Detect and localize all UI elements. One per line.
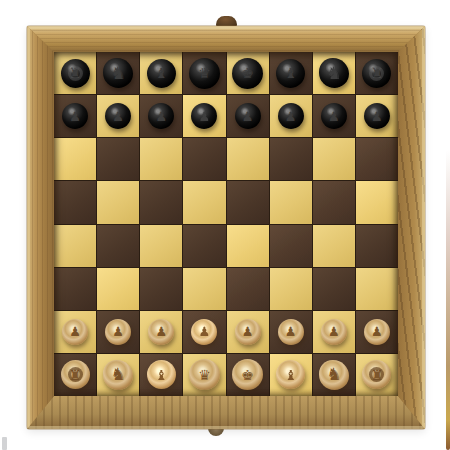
frame-right (398, 26, 425, 429)
square-c6[interactable] (140, 138, 182, 180)
square-e4[interactable] (227, 225, 269, 267)
piece-white-rook[interactable]: ♜ (61, 360, 90, 389)
piece-black-knight[interactable]: ♞ (103, 58, 133, 88)
piece-white-bishop[interactable]: ♝ (276, 360, 305, 389)
board: ♜♞♝♛♚♝♞♜♟♟♟♟♟♟♟♟♟♟♟♟♟♟♟♟♜♞♝♛♚♝♞♜ (54, 52, 398, 396)
piece-black-king[interactable]: ♚ (232, 58, 263, 89)
square-a4[interactable] (54, 225, 96, 267)
piece-black-bishop[interactable]: ♝ (276, 59, 305, 88)
square-g1[interactable]: ♞ (313, 354, 355, 396)
piece-white-queen[interactable]: ♛ (189, 359, 220, 390)
square-d1[interactable]: ♛ (183, 354, 225, 396)
piece-white-pawn[interactable]: ♟ (148, 319, 174, 345)
piece-black-pawn[interactable]: ♟ (278, 103, 304, 129)
square-c3[interactable] (140, 268, 182, 310)
piece-black-knight[interactable]: ♞ (319, 58, 349, 88)
square-h6[interactable] (356, 138, 398, 180)
piece-white-king[interactable]: ♚ (232, 359, 263, 390)
photo-edge-wood-sliver (446, 150, 450, 450)
photo-stage: ♜♞♝♛♚♝♞♜♟♟♟♟♟♟♟♟♟♟♟♟♟♟♟♟♜♞♝♛♚♝♞♜ (0, 0, 450, 450)
square-b5[interactable] (97, 181, 139, 223)
square-f8[interactable]: ♝ (270, 52, 312, 94)
chess-box: ♜♞♝♛♚♝♞♜♟♟♟♟♟♟♟♟♟♟♟♟♟♟♟♟♜♞♝♛♚♝♞♜ (27, 26, 425, 429)
square-d6[interactable] (183, 138, 225, 180)
square-g8[interactable]: ♞ (313, 52, 355, 94)
square-b8[interactable]: ♞ (97, 52, 139, 94)
square-d4[interactable] (183, 225, 225, 267)
square-h7[interactable]: ♟ (356, 95, 398, 137)
square-a5[interactable] (54, 181, 96, 223)
square-h3[interactable] (356, 268, 398, 310)
piece-black-pawn[interactable]: ♟ (62, 103, 88, 129)
square-f7[interactable]: ♟ (270, 95, 312, 137)
piece-black-rook[interactable]: ♜ (362, 59, 391, 88)
piece-black-pawn[interactable]: ♟ (105, 103, 131, 129)
square-d5[interactable] (183, 181, 225, 223)
piece-white-pawn[interactable]: ♟ (235, 319, 261, 345)
piece-white-pawn[interactable]: ♟ (191, 319, 217, 345)
piece-white-pawn[interactable]: ♟ (278, 319, 304, 345)
square-d3[interactable] (183, 268, 225, 310)
square-b2[interactable]: ♟ (97, 311, 139, 353)
square-a2[interactable]: ♟ (54, 311, 96, 353)
square-g4[interactable] (313, 225, 355, 267)
square-b6[interactable] (97, 138, 139, 180)
square-f5[interactable] (270, 181, 312, 223)
square-h5[interactable] (356, 181, 398, 223)
square-f3[interactable] (270, 268, 312, 310)
square-c7[interactable]: ♟ (140, 95, 182, 137)
square-c4[interactable] (140, 225, 182, 267)
piece-white-pawn[interactable]: ♟ (364, 319, 390, 345)
square-b1[interactable]: ♞ (97, 354, 139, 396)
square-e1[interactable]: ♚ (227, 354, 269, 396)
frame-bottom (27, 396, 425, 429)
square-a7[interactable]: ♟ (54, 95, 96, 137)
square-h8[interactable]: ♜ (356, 52, 398, 94)
piece-black-pawn[interactable]: ♟ (235, 103, 261, 129)
piece-white-pawn[interactable]: ♟ (321, 319, 347, 345)
square-f1[interactable]: ♝ (270, 354, 312, 396)
piece-black-pawn[interactable]: ♟ (321, 103, 347, 129)
square-d7[interactable]: ♟ (183, 95, 225, 137)
square-e8[interactable]: ♚ (227, 52, 269, 94)
square-e3[interactable] (227, 268, 269, 310)
square-a3[interactable] (54, 268, 96, 310)
square-c5[interactable] (140, 181, 182, 223)
frame-top (27, 26, 425, 52)
square-h4[interactable] (356, 225, 398, 267)
square-a6[interactable] (54, 138, 96, 180)
piece-white-bishop[interactable]: ♝ (147, 360, 176, 389)
square-c1[interactable]: ♝ (140, 354, 182, 396)
photo-corner-artifact (2, 437, 7, 450)
square-f6[interactable] (270, 138, 312, 180)
piece-black-pawn[interactable]: ♟ (364, 103, 390, 129)
square-a8[interactable]: ♜ (54, 52, 96, 94)
piece-white-pawn[interactable]: ♟ (105, 319, 131, 345)
square-e5[interactable] (227, 181, 269, 223)
piece-black-pawn[interactable]: ♟ (148, 103, 174, 129)
piece-black-pawn[interactable]: ♟ (191, 103, 217, 129)
square-c2[interactable]: ♟ (140, 311, 182, 353)
piece-white-pawn[interactable]: ♟ (62, 319, 88, 345)
piece-white-knight[interactable]: ♞ (103, 360, 133, 390)
square-d2[interactable]: ♟ (183, 311, 225, 353)
square-f4[interactable] (270, 225, 312, 267)
square-e6[interactable] (227, 138, 269, 180)
square-g7[interactable]: ♟ (313, 95, 355, 137)
square-g3[interactable] (313, 268, 355, 310)
piece-black-queen[interactable]: ♛ (189, 58, 220, 89)
square-e2[interactable]: ♟ (227, 311, 269, 353)
piece-white-rook[interactable]: ♜ (362, 360, 391, 389)
square-g6[interactable] (313, 138, 355, 180)
square-c8[interactable]: ♝ (140, 52, 182, 94)
piece-black-rook[interactable]: ♜ (61, 59, 90, 88)
square-g2[interactable]: ♟ (313, 311, 355, 353)
square-d8[interactable]: ♛ (183, 52, 225, 94)
square-b7[interactable]: ♟ (97, 95, 139, 137)
piece-black-bishop[interactable]: ♝ (147, 59, 176, 88)
square-e7[interactable]: ♟ (227, 95, 269, 137)
square-a1[interactable]: ♜ (54, 354, 96, 396)
piece-white-knight[interactable]: ♞ (319, 360, 349, 390)
square-f2[interactable]: ♟ (270, 311, 312, 353)
square-h1[interactable]: ♜ (356, 354, 398, 396)
square-b4[interactable] (97, 225, 139, 267)
square-g5[interactable] (313, 181, 355, 223)
square-b3[interactable] (97, 268, 139, 310)
frame-left (27, 26, 54, 429)
square-h2[interactable]: ♟ (356, 311, 398, 353)
